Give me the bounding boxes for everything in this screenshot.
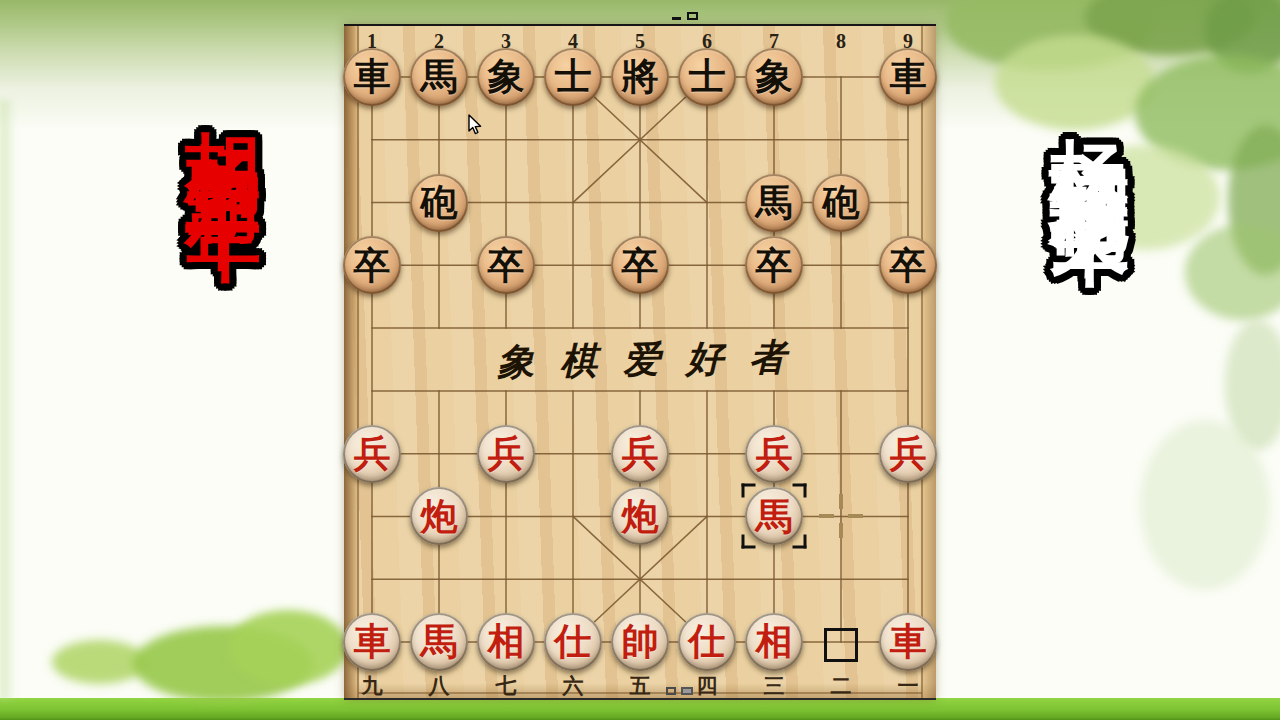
board-point-1-10[interactable]: 車 <box>339 610 406 673</box>
board-point-3-4[interactable]: 卒 <box>473 234 540 297</box>
piece-glyph: 士 <box>689 58 726 95</box>
board-intersection-grid[interactable]: 車馬象士將士象車砲馬砲卒卒卒卒卒兵兵兵兵兵炮炮馬車馬相仕帥仕相車 <box>339 46 942 674</box>
board-point-8-3[interactable]: 砲 <box>808 171 875 234</box>
black-piece[interactable]: 卒 <box>343 236 401 294</box>
board-point-1-7[interactable]: 兵 <box>339 422 406 485</box>
board-point-9-1[interactable]: 車 <box>875 46 942 109</box>
board-point-9-7[interactable]: 兵 <box>875 422 942 485</box>
piece-glyph: 相 <box>756 623 793 660</box>
red-piece[interactable]: 兵 <box>477 425 535 483</box>
red-piece[interactable]: 相 <box>477 613 535 671</box>
board-point-4-10[interactable]: 仕 <box>540 610 607 673</box>
piece-glyph: 炮 <box>421 498 458 535</box>
board-point-5-8[interactable]: 炮 <box>607 485 674 548</box>
red-piece[interactable]: 馬 <box>410 613 468 671</box>
background-left-green-strip <box>0 100 16 700</box>
file-label-bottom-6: 四 <box>697 672 718 700</box>
red-piece[interactable]: 炮 <box>410 487 468 545</box>
board-point-2-1[interactable]: 馬 <box>406 46 473 109</box>
board-point-2-3[interactable]: 砲 <box>406 171 473 234</box>
last-move-destination-marker <box>742 484 807 549</box>
piece-glyph: 炮 <box>622 498 659 535</box>
piece-glyph: 卒 <box>756 247 793 284</box>
file-label-bottom-5: 五 <box>630 672 651 700</box>
black-piece[interactable]: 卒 <box>477 236 535 294</box>
piece-glyph: 砲 <box>823 184 860 221</box>
piece-glyph: 仕 <box>555 623 592 660</box>
piece-glyph: 車 <box>890 623 927 660</box>
crosshair-marker <box>819 494 863 538</box>
piece-glyph: 卒 <box>622 247 659 284</box>
black-piece[interactable]: 車 <box>879 48 937 106</box>
red-piece[interactable]: 兵 <box>879 425 937 483</box>
piece-glyph: 仕 <box>689 623 726 660</box>
red-piece[interactable]: 炮 <box>611 487 669 545</box>
board-point-7-3[interactable]: 馬 <box>741 171 808 234</box>
board-point-3-10[interactable]: 相 <box>473 610 540 673</box>
file-label-bottom-1: 九 <box>362 672 383 700</box>
red-piece[interactable]: 車 <box>879 613 937 671</box>
clipped-ui-fragment-top <box>672 17 681 20</box>
piece-glyph: 馬 <box>421 58 458 95</box>
file-label-bottom-8: 二 <box>831 672 852 700</box>
clipped-ui-fragment-bottom <box>666 687 676 695</box>
black-piece[interactable]: 將 <box>611 48 669 106</box>
bush-blob <box>228 610 348 685</box>
piece-glyph: 將 <box>622 58 659 95</box>
black-piece[interactable]: 士 <box>544 48 602 106</box>
board-point-1-4[interactable]: 卒 <box>339 234 406 297</box>
black-piece[interactable]: 士 <box>678 48 736 106</box>
board-point-2-8[interactable]: 炮 <box>406 485 473 548</box>
left-caption-red-event-title: 胡杨争霸二十年 <box>172 70 275 161</box>
red-piece[interactable]: 仕 <box>544 613 602 671</box>
piece-glyph: 卒 <box>354 247 391 284</box>
board-point-3-1[interactable]: 象 <box>473 46 540 109</box>
foliage-blob <box>1070 145 1220 250</box>
crosshair-marker-cell <box>808 485 875 548</box>
red-piece[interactable]: 車 <box>343 613 401 671</box>
piece-glyph: 象 <box>756 58 793 95</box>
piece-glyph: 兵 <box>488 435 525 472</box>
red-piece[interactable]: 仕 <box>678 613 736 671</box>
piece-glyph: 兵 <box>890 435 927 472</box>
board-point-2-10[interactable]: 馬 <box>406 610 473 673</box>
piece-glyph: 砲 <box>421 184 458 221</box>
screenshot-stage: 胡杨争霸二十年 杨官璘对胡荣华 <box>0 0 1280 720</box>
board-point-5-1[interactable]: 將 <box>607 46 674 109</box>
piece-glyph: 馬 <box>756 184 793 221</box>
piece-glyph: 車 <box>354 58 391 95</box>
red-piece[interactable]: 兵 <box>745 425 803 483</box>
board-point-7-8[interactable]: 馬 <box>741 485 808 548</box>
board-point-7-1[interactable]: 象 <box>741 46 808 109</box>
piece-glyph: 馬 <box>421 623 458 660</box>
board-point-9-10[interactable]: 車 <box>875 610 942 673</box>
file-label-bottom-9: 一 <box>898 672 919 700</box>
piece-glyph: 象 <box>488 58 525 95</box>
board-point-3-7[interactable]: 兵 <box>473 422 540 485</box>
right-caption-players-title: 杨官璘对胡荣华 <box>1036 73 1144 157</box>
board-point-5-7[interactable]: 兵 <box>607 422 674 485</box>
black-piece[interactable]: 卒 <box>745 236 803 294</box>
black-piece[interactable]: 象 <box>477 48 535 106</box>
clipped-ui-fragment-top <box>687 12 698 20</box>
board-point-7-10[interactable]: 相 <box>741 610 808 673</box>
red-piece[interactable]: 相 <box>745 613 803 671</box>
board-point-9-4[interactable]: 卒 <box>875 234 942 297</box>
piece-glyph: 兵 <box>354 435 391 472</box>
file-label-bottom-2: 八 <box>429 672 450 700</box>
red-piece[interactable]: 兵 <box>343 425 401 483</box>
file-label-bottom-7: 三 <box>764 672 785 700</box>
clipped-ui-fragment-bottom <box>681 687 693 695</box>
black-piece[interactable]: 馬 <box>410 48 468 106</box>
last-move-origin-marker <box>824 628 858 662</box>
black-piece[interactable]: 車 <box>343 48 401 106</box>
black-piece[interactable]: 砲 <box>812 174 870 232</box>
file-label-bottom-4: 六 <box>563 672 584 700</box>
board-point-7-4[interactable]: 卒 <box>741 234 808 297</box>
red-piece[interactable]: 帥 <box>611 613 669 671</box>
file-label-bottom-3: 七 <box>496 672 517 700</box>
last-move-origin-marker-cell <box>808 610 875 673</box>
mouse-cursor-arrow <box>468 114 483 140</box>
piece-glyph: 兵 <box>756 435 793 472</box>
board-point-6-1[interactable]: 士 <box>674 46 741 109</box>
piece-glyph: 兵 <box>622 435 659 472</box>
piece-glyph: 帥 <box>622 623 659 660</box>
piece-glyph: 車 <box>890 58 927 95</box>
board-point-7-7[interactable]: 兵 <box>741 422 808 485</box>
black-piece[interactable]: 卒 <box>611 236 669 294</box>
black-piece[interactable]: 馬 <box>745 174 803 232</box>
board-point-6-10[interactable]: 仕 <box>674 610 741 673</box>
piece-glyph: 相 <box>488 623 525 660</box>
black-piece[interactable]: 卒 <box>879 236 937 294</box>
black-piece[interactable]: 象 <box>745 48 803 106</box>
piece-glyph: 卒 <box>488 247 525 284</box>
foliage-blob <box>1185 225 1280 320</box>
board-point-1-1[interactable]: 車 <box>339 46 406 109</box>
piece-glyph: 卒 <box>890 247 927 284</box>
board-point-4-1[interactable]: 士 <box>540 46 607 109</box>
board-point-5-10[interactable]: 帥 <box>607 610 674 673</box>
red-piece[interactable]: 兵 <box>611 425 669 483</box>
foliage-blob <box>1140 420 1270 590</box>
piece-glyph: 車 <box>354 623 391 660</box>
board-point-5-4[interactable]: 卒 <box>607 234 674 297</box>
xiangqi-board[interactable]: 123456789 九八七六五四三二一 象棋爱好者 車馬象士將士象車砲馬砲卒卒卒… <box>344 24 936 700</box>
piece-glyph: 士 <box>555 58 592 95</box>
black-piece[interactable]: 砲 <box>410 174 468 232</box>
